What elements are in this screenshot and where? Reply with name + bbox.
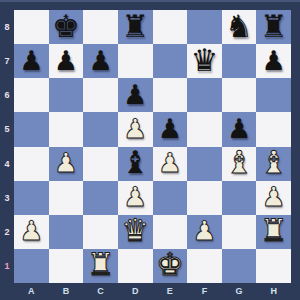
file-label-h: H [256, 283, 291, 300]
square-f7[interactable]: ♛ [187, 44, 222, 78]
square-d7[interactable] [118, 44, 153, 78]
square-g3[interactable] [222, 181, 257, 215]
square-h2[interactable]: ♜ [256, 215, 291, 249]
piece-black-pawn-b7[interactable]: ♟ [54, 47, 78, 74]
piece-white-pawn-f2[interactable]: ♟ [192, 217, 216, 244]
square-c5[interactable] [83, 112, 118, 146]
piece-black-pawn-d6[interactable]: ♟ [123, 81, 147, 108]
square-b3[interactable] [49, 181, 84, 215]
piece-black-rook-d8[interactable]: ♜ [121, 11, 149, 42]
piece-black-rook-h8[interactable]: ♜ [260, 11, 288, 42]
square-a6[interactable] [14, 78, 49, 112]
square-c8[interactable] [83, 10, 118, 44]
square-a3[interactable] [14, 181, 49, 215]
square-e2[interactable] [153, 215, 188, 249]
square-d8[interactable]: ♜ [118, 10, 153, 44]
square-e6[interactable] [153, 78, 188, 112]
file-label-c: C [83, 283, 118, 300]
rank-label-1: 1 [0, 249, 14, 283]
piece-white-rook-c1[interactable]: ♜ [87, 249, 115, 280]
square-h4[interactable]: ♝ [256, 147, 291, 181]
square-f6[interactable] [187, 78, 222, 112]
square-e7[interactable] [153, 44, 188, 78]
square-d4[interactable]: ♝ [118, 147, 153, 181]
rank-label-4: 4 [0, 147, 14, 181]
square-c1[interactable]: ♜ [83, 249, 118, 283]
rank-label-7: 7 [0, 44, 14, 78]
rank-label-5: 5 [0, 112, 14, 146]
file-label-b: B [49, 283, 84, 300]
square-c6[interactable] [83, 78, 118, 112]
piece-white-king-e1[interactable]: ♚ [156, 249, 184, 280]
piece-black-bishop-d4[interactable]: ♝ [121, 147, 149, 178]
square-a5[interactable] [14, 112, 49, 146]
piece-white-bishop-h4[interactable]: ♝ [260, 147, 288, 178]
piece-white-pawn-d5[interactable]: ♟ [123, 115, 147, 142]
square-g5[interactable]: ♟ [222, 112, 257, 146]
piece-black-pawn-e5[interactable]: ♟ [158, 115, 182, 142]
square-h7[interactable]: ♟ [256, 44, 291, 78]
piece-white-pawn-b4[interactable]: ♟ [54, 149, 78, 176]
square-d1[interactable] [118, 249, 153, 283]
piece-white-queen-d2[interactable]: ♛ [121, 215, 149, 246]
square-h1[interactable] [256, 249, 291, 283]
square-c4[interactable] [83, 147, 118, 181]
square-c7[interactable]: ♟ [83, 44, 118, 78]
square-g1[interactable] [222, 249, 257, 283]
square-d3[interactable]: ♟ [118, 181, 153, 215]
square-a1[interactable] [14, 249, 49, 283]
file-label-a: A [14, 283, 49, 300]
square-b1[interactable] [49, 249, 84, 283]
square-f4[interactable] [187, 147, 222, 181]
square-f1[interactable] [187, 249, 222, 283]
piece-white-rook-h2[interactable]: ♜ [260, 215, 288, 246]
square-h6[interactable] [256, 78, 291, 112]
square-e8[interactable] [153, 10, 188, 44]
rank-label-2: 2 [0, 215, 14, 249]
square-g6[interactable] [222, 78, 257, 112]
square-e3[interactable] [153, 181, 188, 215]
square-h3[interactable]: ♟ [256, 181, 291, 215]
square-g7[interactable] [222, 44, 257, 78]
chess-board[interactable]: ♚♜♞♜♟♟♟♛♟♟♟♟♟♟♝♟♝♝♟♟♟♛♟♜♜♚ [14, 10, 291, 283]
file-label-d: D [118, 283, 153, 300]
square-b2[interactable] [49, 215, 84, 249]
piece-black-pawn-h7[interactable]: ♟ [262, 47, 286, 74]
piece-white-bishop-g4[interactable]: ♝ [225, 147, 253, 178]
square-e1[interactable]: ♚ [153, 249, 188, 283]
rank-label-3: 3 [0, 181, 14, 215]
square-h8[interactable]: ♜ [256, 10, 291, 44]
square-d2[interactable]: ♛ [118, 215, 153, 249]
square-h5[interactable] [256, 112, 291, 146]
file-label-f: F [187, 283, 222, 300]
square-f3[interactable] [187, 181, 222, 215]
square-g8[interactable]: ♞ [222, 10, 257, 44]
file-label-e: E [153, 283, 188, 300]
square-a8[interactable] [14, 10, 49, 44]
chess-diagram: 87654321 ♚♜♞♜♟♟♟♛♟♟♟♟♟♟♝♟♝♝♟♟♟♛♟♜♜♚ ABCD… [0, 0, 300, 300]
square-f5[interactable] [187, 112, 222, 146]
square-a7[interactable]: ♟ [14, 44, 49, 78]
square-b5[interactable] [49, 112, 84, 146]
square-b8[interactable]: ♚ [49, 10, 84, 44]
square-g2[interactable] [222, 215, 257, 249]
square-f2[interactable]: ♟ [187, 215, 222, 249]
square-b7[interactable]: ♟ [49, 44, 84, 78]
square-c2[interactable] [83, 215, 118, 249]
square-g4[interactable]: ♝ [222, 147, 257, 181]
piece-black-pawn-g5[interactable]: ♟ [227, 115, 251, 142]
square-a2[interactable]: ♟ [14, 215, 49, 249]
piece-white-pawn-e4[interactable]: ♟ [158, 149, 182, 176]
piece-black-knight-g8[interactable]: ♞ [225, 11, 253, 42]
rank-labels: 87654321 [0, 10, 14, 283]
piece-white-pawn-h3[interactable]: ♟ [262, 183, 286, 210]
square-e4[interactable]: ♟ [153, 147, 188, 181]
square-d6[interactable]: ♟ [118, 78, 153, 112]
square-d5[interactable]: ♟ [118, 112, 153, 146]
piece-black-pawn-c7[interactable]: ♟ [88, 47, 112, 74]
square-b4[interactable]: ♟ [49, 147, 84, 181]
piece-black-pawn-a7[interactable]: ♟ [19, 47, 43, 74]
square-b6[interactable] [49, 78, 84, 112]
piece-white-pawn-a2[interactable]: ♟ [19, 217, 43, 244]
square-c3[interactable] [83, 181, 118, 215]
square-f8[interactable] [187, 10, 222, 44]
rank-label-6: 6 [0, 78, 14, 112]
piece-black-queen-f7[interactable]: ♛ [191, 45, 219, 76]
rank-label-8: 8 [0, 10, 14, 44]
file-label-g: G [222, 283, 257, 300]
square-a4[interactable] [14, 147, 49, 181]
piece-black-king-b8[interactable]: ♚ [52, 11, 80, 42]
file-labels: ABCDEFGH [14, 283, 291, 300]
piece-white-pawn-d3[interactable]: ♟ [123, 183, 147, 210]
square-e5[interactable]: ♟ [153, 112, 188, 146]
